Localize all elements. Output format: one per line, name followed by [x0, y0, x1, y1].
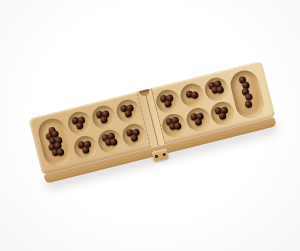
- board-top-face: [29, 61, 276, 175]
- photo-background: [0, 0, 300, 251]
- latch-screw: [162, 152, 166, 156]
- pit-front-5[interactable]: [184, 105, 212, 133]
- seed: [109, 138, 117, 146]
- pit-back-5[interactable]: [178, 81, 206, 109]
- seed: [56, 148, 64, 156]
- pit-front-4[interactable]: [160, 111, 188, 139]
- seed: [163, 99, 171, 107]
- pit-front-6[interactable]: [209, 99, 237, 127]
- seed: [216, 85, 224, 93]
- pit-back-6[interactable]: [202, 75, 230, 103]
- pit-front-2[interactable]: [96, 127, 124, 155]
- seed: [194, 118, 202, 126]
- seed: [75, 121, 83, 129]
- mancala-board: [29, 61, 276, 175]
- seed: [124, 109, 132, 117]
- seed: [173, 122, 181, 130]
- seed: [99, 115, 107, 123]
- seed: [191, 91, 199, 99]
- pit-back-2[interactable]: [90, 103, 118, 131]
- pit-front-1[interactable]: [72, 133, 100, 161]
- seed: [245, 99, 253, 107]
- pit-back-4[interactable]: [154, 87, 182, 115]
- latch-screw: [155, 154, 159, 158]
- pit-back-1[interactable]: [66, 109, 94, 137]
- seed: [218, 112, 226, 120]
- seed: [130, 134, 138, 142]
- seed: [81, 146, 89, 154]
- hinge-latch: [152, 148, 169, 161]
- hinge-notch: [139, 89, 150, 97]
